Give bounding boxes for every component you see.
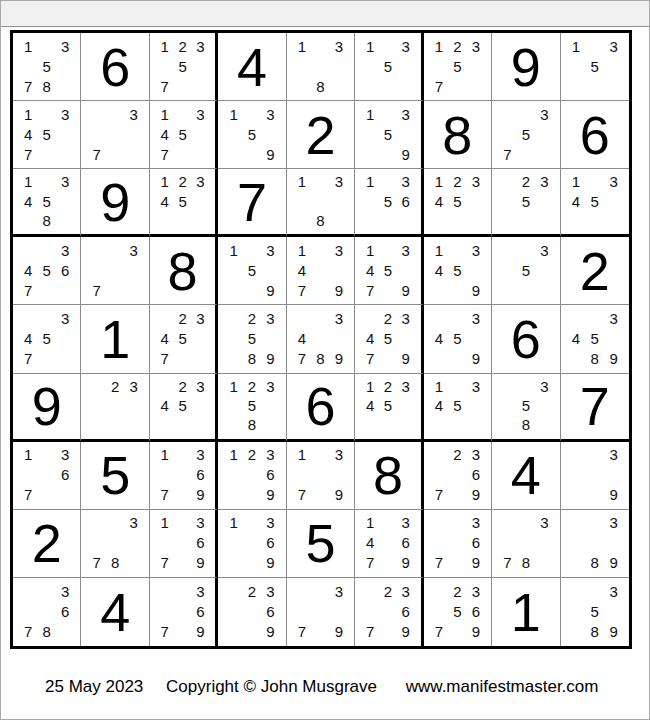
candidate-2: 2 (174, 377, 192, 396)
candidate-empty (37, 601, 55, 621)
cell-r6c3[interactable]: 2345 (150, 374, 218, 442)
candidate-empty (448, 513, 466, 533)
candidate-empty (224, 465, 242, 485)
candidate-empty (124, 124, 142, 144)
cell-r7c1[interactable]: 1367 (13, 442, 81, 510)
cell-value: 6 (492, 305, 559, 372)
candidate-2: 2 (448, 172, 466, 191)
cell-r4c6[interactable]: 134579 (355, 237, 423, 305)
cell-r8c5[interactable]: 5 (287, 510, 355, 578)
candidate-empty (330, 211, 348, 230)
cell-r3c8[interactable]: 235 (492, 169, 560, 237)
pencil-marks: 134579 (361, 240, 414, 300)
candidate-empty (106, 415, 124, 434)
cell-r4c3[interactable]: 8 (150, 237, 218, 305)
candidate-empty (585, 465, 604, 485)
candidate-9: 9 (604, 553, 623, 573)
candidate-empty (311, 601, 329, 621)
candidate-empty (56, 485, 74, 505)
cell-r7c3[interactable]: 13679 (150, 442, 218, 510)
cell-r8c8[interactable]: 378 (492, 510, 560, 578)
candidate-empty (498, 377, 516, 396)
candidate-2: 2 (379, 377, 397, 396)
candidate-empty (174, 513, 192, 533)
candidate-3: 3 (467, 172, 485, 191)
candidate-empty (124, 396, 142, 415)
candidate-3: 3 (261, 104, 279, 124)
candidate-3: 3 (192, 581, 210, 601)
candidate-6: 6 (261, 601, 279, 621)
candidate-empty (293, 192, 311, 211)
candidate-3: 3 (535, 240, 553, 260)
cell-r8c1[interactable]: 2 (13, 510, 81, 578)
cell-value: 8 (355, 442, 420, 509)
cell-r3c9[interactable]: 1345 (561, 169, 629, 237)
cell-r6c6[interactable]: 12345 (355, 374, 423, 442)
candidate-empty (567, 513, 586, 533)
candidate-empty (361, 192, 379, 211)
pencil-marks: 13479 (293, 240, 348, 300)
pencil-marks: 357 (498, 104, 553, 164)
candidate-1: 1 (224, 445, 242, 465)
candidate-9: 9 (192, 485, 210, 505)
candidate-empty (174, 581, 192, 601)
cell-r8c9[interactable]: 389 (561, 510, 629, 578)
candidate-empty (585, 485, 604, 505)
cell-r3c6[interactable]: 1356 (355, 169, 423, 237)
candidate-empty (430, 533, 448, 553)
footer: 25 May 2023 Copyright © John Musgrave ww… (45, 677, 598, 697)
candidate-empty (498, 124, 516, 144)
cell-r2c6[interactable]: 1359 (355, 101, 423, 169)
candidate-empty (243, 513, 261, 533)
candidate-empty (37, 581, 55, 601)
candidate-empty (311, 328, 329, 348)
candidate-empty (19, 581, 37, 601)
cell-r1c7[interactable]: 12357 (424, 33, 492, 101)
candidate-7: 7 (293, 280, 311, 300)
candidate-empty (37, 144, 55, 164)
candidate-7: 7 (87, 553, 105, 573)
candidate-4: 4 (430, 396, 448, 415)
candidate-empty (87, 104, 105, 124)
cell-r5c4[interactable]: 23589 (218, 305, 286, 373)
candidate-7: 7 (19, 280, 37, 300)
pencil-marks: 23457 (156, 308, 209, 368)
cell-r1c8[interactable]: 9 (492, 33, 560, 101)
candidate-empty (124, 415, 142, 434)
candidate-empty (243, 485, 261, 505)
candidate-9: 9 (330, 622, 348, 642)
candidate-7: 7 (498, 553, 516, 573)
candidate-4: 4 (361, 396, 379, 415)
candidate-9: 9 (397, 553, 415, 573)
candidate-empty (293, 581, 311, 601)
candidate-empty (379, 513, 397, 533)
candidate-7: 7 (430, 622, 448, 642)
candidate-8: 8 (37, 211, 55, 230)
candidate-empty (430, 513, 448, 533)
candidate-8: 8 (243, 415, 261, 434)
cell-r5c7[interactable]: 3459 (424, 305, 492, 373)
pencil-marks: 135 (567, 36, 623, 96)
candidate-4: 4 (430, 192, 448, 211)
candidate-9: 9 (467, 553, 485, 573)
candidate-3: 3 (56, 581, 74, 601)
candidate-empty (448, 349, 466, 369)
candidate-empty (174, 415, 192, 434)
candidate-empty (19, 56, 37, 76)
candidate-empty (156, 308, 174, 328)
cell-value: 4 (492, 442, 559, 509)
candidate-2: 2 (243, 308, 261, 328)
cell-r8c3[interactable]: 13679 (150, 510, 218, 578)
cell-r2c3[interactable]: 13457 (150, 101, 218, 169)
candidate-empty (585, 36, 604, 56)
cell-r3c2[interactable]: 9 (81, 169, 149, 237)
cell-r4c2[interactable]: 37 (81, 237, 149, 305)
candidate-empty (330, 465, 348, 485)
candidate-empty (224, 601, 242, 621)
candidate-empty (87, 124, 105, 144)
pencil-marks: 34589 (567, 308, 623, 368)
candidate-empty (397, 415, 415, 434)
candidate-empty (224, 260, 242, 280)
candidate-5: 5 (379, 260, 397, 280)
cell-value: 9 (81, 169, 148, 234)
cell-r1c2[interactable]: 6 (81, 33, 149, 101)
candidate-empty (330, 260, 348, 280)
candidate-7: 7 (498, 144, 516, 164)
cell-r3c3[interactable]: 12345 (150, 169, 218, 237)
cell-r3c4[interactable]: 7 (218, 169, 286, 237)
cell-r8c2[interactable]: 378 (81, 510, 149, 578)
cell-r9c2[interactable]: 4 (81, 578, 149, 646)
cell-r1c3[interactable]: 12357 (150, 33, 218, 101)
candidate-5: 5 (448, 260, 466, 280)
candidate-5: 5 (379, 396, 397, 415)
candidate-empty (448, 485, 466, 505)
candidate-empty (106, 396, 124, 415)
candidate-3: 3 (56, 445, 74, 465)
candidate-1: 1 (361, 240, 379, 260)
candidate-3: 3 (124, 377, 142, 396)
footer-date: 25 May 2023 (45, 677, 143, 696)
candidate-empty (174, 533, 192, 553)
candidate-3: 3 (124, 104, 142, 124)
pencil-marks: 12345 (156, 172, 209, 230)
candidate-1: 1 (361, 104, 379, 124)
candidate-empty (174, 485, 192, 505)
candidate-empty (498, 280, 516, 300)
candidate-9: 9 (397, 622, 415, 642)
pencil-marks: 37 (87, 104, 142, 164)
candidate-empty (37, 349, 55, 369)
candidate-3: 3 (261, 308, 279, 328)
pencil-marks: 1369 (224, 513, 279, 573)
candidate-empty (224, 533, 242, 553)
candidate-empty (361, 144, 379, 164)
candidate-2: 2 (243, 581, 261, 601)
candidate-empty (156, 581, 174, 601)
pencil-marks: 39 (567, 445, 623, 505)
candidate-empty (87, 377, 105, 396)
candidate-1: 1 (293, 445, 311, 465)
cell-r2c9[interactable]: 6 (561, 101, 629, 169)
cell-r2c8[interactable]: 357 (492, 101, 560, 169)
cell-r5c1[interactable]: 3457 (13, 305, 81, 373)
candidate-empty (19, 211, 37, 230)
cell-r4c8[interactable]: 35 (492, 237, 560, 305)
candidate-empty (19, 308, 37, 328)
candidate-empty (535, 124, 553, 144)
cell-r8c6[interactable]: 134679 (355, 510, 423, 578)
candidate-empty (243, 601, 261, 621)
cell-r6c1[interactable]: 9 (13, 374, 81, 442)
cell-r4c5[interactable]: 13479 (287, 237, 355, 305)
candidate-empty (430, 349, 448, 369)
pencil-marks: 3457 (19, 308, 74, 368)
cell-r6c4[interactable]: 12358 (218, 374, 286, 442)
candidate-empty (156, 377, 174, 396)
pencil-marks: 358 (498, 377, 553, 435)
candidate-9: 9 (467, 280, 485, 300)
candidate-empty (19, 465, 37, 485)
pencil-marks: 3679 (430, 513, 485, 573)
candidate-4: 4 (293, 328, 311, 348)
candidate-empty (604, 211, 623, 230)
candidate-4: 4 (19, 124, 37, 144)
cell-r5c2[interactable]: 1 (81, 305, 149, 373)
candidate-5: 5 (174, 328, 192, 348)
candidate-empty (585, 513, 604, 533)
cell-r9c9[interactable]: 3589 (561, 578, 629, 646)
candidate-empty (156, 465, 174, 485)
cell-r8c7[interactable]: 3679 (424, 510, 492, 578)
cell-r3c5[interactable]: 138 (287, 169, 355, 237)
cell-r6c2[interactable]: 23 (81, 374, 149, 442)
candidate-empty (174, 445, 192, 465)
candidate-3: 3 (56, 240, 74, 260)
candidate-3: 3 (261, 377, 279, 396)
cell-r7c2[interactable]: 5 (81, 442, 149, 510)
candidate-empty (498, 260, 516, 280)
cell-r9c6[interactable]: 23679 (355, 578, 423, 646)
candidate-4: 4 (19, 260, 37, 280)
candidate-1: 1 (19, 445, 37, 465)
cell-r4c4[interactable]: 1359 (218, 237, 286, 305)
cell-r9c4[interactable]: 2369 (218, 578, 286, 646)
candidate-empty (192, 144, 210, 164)
cell-r2c2[interactable]: 37 (81, 101, 149, 169)
candidate-empty (106, 533, 124, 553)
candidate-6: 6 (192, 533, 210, 553)
candidate-4: 4 (156, 124, 174, 144)
candidate-5: 5 (243, 396, 261, 415)
candidate-6: 6 (397, 192, 415, 211)
cell-r6c9[interactable]: 7 (561, 374, 629, 442)
cell-r2c4[interactable]: 1359 (218, 101, 286, 169)
pencil-marks: 13679 (156, 513, 209, 573)
cell-r5c3[interactable]: 23457 (150, 305, 218, 373)
candidate-empty (567, 211, 586, 230)
cell-r3c1[interactable]: 13458 (13, 169, 81, 237)
candidate-1: 1 (293, 240, 311, 260)
candidate-empty (174, 601, 192, 621)
cell-value: 9 (492, 33, 559, 100)
pencil-marks: 12357 (156, 36, 209, 96)
candidate-empty (192, 211, 210, 230)
candidate-2: 2 (448, 36, 466, 56)
candidate-5: 5 (585, 192, 604, 211)
cell-r3c7[interactable]: 12345 (424, 169, 492, 237)
candidate-empty (243, 553, 261, 573)
candidate-9: 9 (192, 553, 210, 573)
candidate-3: 3 (397, 240, 415, 260)
pencil-marks: 34567 (19, 240, 74, 300)
pencil-marks: 135 (361, 36, 414, 96)
cell-value: 6 (81, 33, 148, 100)
candidate-9: 9 (604, 622, 623, 642)
cell-r2c7[interactable]: 8 (424, 101, 492, 169)
candidate-9: 9 (397, 144, 415, 164)
candidate-7: 7 (361, 553, 379, 573)
pencil-marks: 23589 (224, 308, 279, 368)
cell-r4c1[interactable]: 34567 (13, 237, 81, 305)
pencil-marks: 13457 (156, 104, 209, 164)
cell-r2c5[interactable]: 2 (287, 101, 355, 169)
cell-r9c8[interactable]: 1 (492, 578, 560, 646)
cell-value: 8 (150, 237, 215, 304)
footer-website: www.manifestmaster.com (406, 677, 599, 696)
cell-r6c8[interactable]: 358 (492, 374, 560, 442)
cell-r9c1[interactable]: 3678 (13, 578, 81, 646)
candidate-9: 9 (467, 349, 485, 369)
cell-r6c7[interactable]: 1345 (424, 374, 492, 442)
candidate-empty (224, 415, 242, 434)
candidate-empty (379, 622, 397, 642)
candidate-empty (311, 172, 329, 191)
candidate-empty (498, 396, 516, 415)
pencil-marks: 235 (498, 172, 553, 230)
candidate-3: 3 (192, 513, 210, 533)
cell-r9c7[interactable]: 235679 (424, 578, 492, 646)
cell-r7c6[interactable]: 8 (355, 442, 423, 510)
cell-r6c5[interactable]: 6 (287, 374, 355, 442)
candidate-empty (567, 349, 586, 369)
candidate-empty (37, 308, 55, 328)
candidate-6: 6 (467, 533, 485, 553)
cell-r5c9[interactable]: 34589 (561, 305, 629, 373)
candidate-empty (604, 465, 623, 485)
cell-r8c4[interactable]: 1369 (218, 510, 286, 578)
candidate-8: 8 (243, 349, 261, 369)
candidate-3: 3 (467, 36, 485, 56)
candidate-empty (224, 349, 242, 369)
candidate-3: 3 (192, 36, 210, 56)
candidate-empty (192, 124, 210, 144)
candidate-empty (604, 533, 623, 553)
cell-r5c5[interactable]: 34789 (287, 305, 355, 373)
cell-r1c1[interactable]: 13578 (13, 33, 81, 101)
candidate-1: 1 (224, 513, 242, 533)
cell-r7c8[interactable]: 4 (492, 442, 560, 510)
cell-r9c3[interactable]: 3679 (150, 578, 218, 646)
candidate-empty (535, 260, 553, 280)
candidate-empty (567, 56, 586, 76)
candidate-empty (261, 124, 279, 144)
cell-r1c4[interactable]: 4 (218, 33, 286, 101)
candidate-5: 5 (448, 601, 466, 621)
candidate-3: 3 (261, 240, 279, 260)
candidate-5: 5 (37, 192, 55, 211)
candidate-empty (37, 172, 55, 191)
candidate-empty (448, 280, 466, 300)
pencil-marks: 2345 (156, 377, 209, 435)
candidate-empty (224, 622, 242, 642)
cell-r7c9[interactable]: 39 (561, 442, 629, 510)
cell-r4c7[interactable]: 13459 (424, 237, 492, 305)
cell-value: 7 (561, 374, 629, 439)
candidate-5: 5 (517, 124, 535, 144)
candidate-empty (467, 76, 485, 96)
candidate-empty (156, 211, 174, 230)
candidate-5: 5 (379, 192, 397, 211)
candidate-3: 3 (467, 581, 485, 601)
candidate-empty (37, 465, 55, 485)
cell-r1c6[interactable]: 135 (355, 33, 423, 101)
candidate-empty (293, 465, 311, 485)
cell-r2c1[interactable]: 13457 (13, 101, 81, 169)
cell-r1c5[interactable]: 138 (287, 33, 355, 101)
candidate-empty (192, 76, 210, 96)
cell-r1c9[interactable]: 135 (561, 33, 629, 101)
candidate-5: 5 (37, 56, 55, 76)
cell-r7c5[interactable]: 1379 (287, 442, 355, 510)
candidate-empty (585, 581, 604, 601)
candidate-empty (498, 533, 516, 553)
candidate-empty (448, 377, 466, 396)
candidate-3: 3 (535, 104, 553, 124)
candidate-7: 7 (156, 622, 174, 642)
candidate-empty (379, 533, 397, 553)
candidate-3: 3 (397, 581, 415, 601)
candidate-1: 1 (293, 36, 311, 56)
candidate-9: 9 (261, 485, 279, 505)
candidate-empty (448, 553, 466, 573)
cell-r9c5[interactable]: 379 (287, 578, 355, 646)
candidate-3: 3 (467, 377, 485, 396)
candidate-5: 5 (174, 56, 192, 76)
cell-value: 7 (218, 169, 285, 234)
candidate-empty (397, 328, 415, 348)
candidate-empty (192, 192, 210, 211)
cell-r7c7[interactable]: 23679 (424, 442, 492, 510)
candidate-empty (37, 104, 55, 124)
cell-r7c4[interactable]: 12369 (218, 442, 286, 510)
candidate-9: 9 (467, 485, 485, 505)
cell-r5c6[interactable]: 234579 (355, 305, 423, 373)
candidate-7: 7 (19, 349, 37, 369)
candidate-empty (224, 328, 242, 348)
candidate-empty (156, 56, 174, 76)
candidate-empty (535, 415, 553, 434)
cell-r4c9[interactable]: 2 (561, 237, 629, 305)
candidate-3: 3 (192, 104, 210, 124)
candidate-empty (430, 56, 448, 76)
candidate-3: 3 (467, 240, 485, 260)
cell-r5c8[interactable]: 6 (492, 305, 560, 373)
